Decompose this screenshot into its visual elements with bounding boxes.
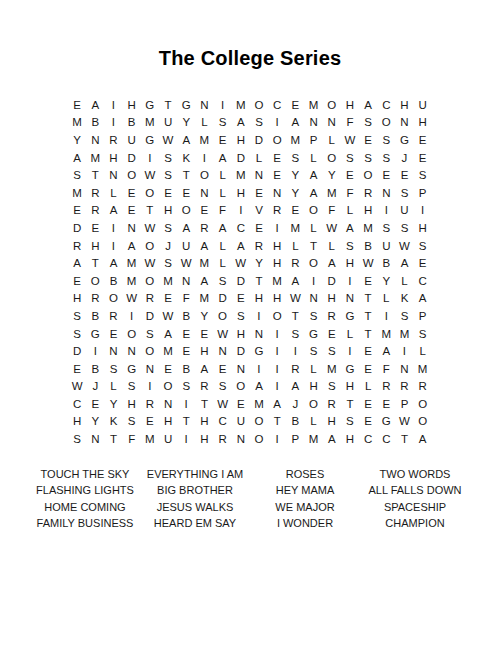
grid-cell[interactable]: E xyxy=(286,202,304,220)
grid-cell[interactable]: W xyxy=(341,131,359,149)
grid-cell[interactable]: A xyxy=(414,430,432,448)
grid-cell[interactable]: S xyxy=(159,166,177,184)
grid-cell[interactable]: M xyxy=(195,254,213,272)
grid-cell[interactable]: B xyxy=(286,413,304,431)
grid-cell[interactable]: T xyxy=(159,96,177,114)
grid-cell[interactable]: C xyxy=(268,96,286,114)
grid-cell[interactable]: R xyxy=(214,430,232,448)
grid-cell[interactable]: E xyxy=(159,290,177,308)
grid-cell[interactable]: U xyxy=(232,413,250,431)
grid-cell[interactable]: S xyxy=(286,325,304,343)
grid-cell[interactable]: H xyxy=(123,395,141,413)
grid-cell[interactable]: I xyxy=(177,430,195,448)
grid-cell[interactable]: N xyxy=(377,184,395,202)
grid-cell[interactable]: T xyxy=(177,413,195,431)
grid-cell[interactable]: I xyxy=(177,395,195,413)
grid-cell[interactable]: I xyxy=(141,149,159,167)
grid-cell[interactable]: G xyxy=(123,360,141,378)
grid-cell[interactable]: T xyxy=(395,430,413,448)
grid-cell[interactable]: M xyxy=(68,114,86,132)
grid-cell[interactable]: G xyxy=(141,96,159,114)
grid-cell[interactable]: Y xyxy=(286,166,304,184)
grid-cell[interactable]: E xyxy=(195,202,213,220)
grid-cell[interactable]: N xyxy=(195,96,213,114)
grid-cell[interactable]: N xyxy=(86,430,104,448)
grid-cell[interactable]: S xyxy=(395,184,413,202)
grid-cell[interactable]: H xyxy=(250,290,268,308)
grid-cell[interactable]: L xyxy=(214,254,232,272)
grid-cell[interactable]: M xyxy=(286,131,304,149)
grid-cell[interactable]: O xyxy=(214,307,232,325)
grid-cell[interactable]: P xyxy=(414,307,432,325)
grid-cell[interactable]: S xyxy=(341,413,359,431)
grid-cell[interactable]: S xyxy=(286,149,304,167)
grid-cell[interactable]: Y xyxy=(86,413,104,431)
grid-cell[interactable]: M xyxy=(414,360,432,378)
grid-cell[interactable]: S xyxy=(414,166,432,184)
grid-cell[interactable]: M xyxy=(123,254,141,272)
grid-cell[interactable]: E xyxy=(414,254,432,272)
grid-cell[interactable]: J xyxy=(286,395,304,413)
grid-cell[interactable]: I xyxy=(377,202,395,220)
grid-cell[interactable]: E xyxy=(395,166,413,184)
grid-cell[interactable]: I xyxy=(214,96,232,114)
grid-cell[interactable]: U xyxy=(159,114,177,132)
grid-cell[interactable]: H xyxy=(341,430,359,448)
grid-cell[interactable]: R xyxy=(104,131,122,149)
grid-cell[interactable]: R xyxy=(86,290,104,308)
grid-cell[interactable]: H xyxy=(304,378,322,396)
grid-cell[interactable]: I xyxy=(286,342,304,360)
grid-cell[interactable]: S xyxy=(159,219,177,237)
grid-cell[interactable]: M xyxy=(286,219,304,237)
grid-cell[interactable]: F xyxy=(323,202,341,220)
grid-cell[interactable]: R xyxy=(141,290,159,308)
grid-cell[interactable]: H xyxy=(268,290,286,308)
grid-cell[interactable]: W xyxy=(159,307,177,325)
grid-cell[interactable]: I xyxy=(104,237,122,255)
grid-cell[interactable]: H xyxy=(359,202,377,220)
grid-cell[interactable]: H xyxy=(68,290,86,308)
grid-cell[interactable]: R xyxy=(286,254,304,272)
grid-cell[interactable]: W xyxy=(395,237,413,255)
grid-cell[interactable]: O xyxy=(141,272,159,290)
grid-cell[interactable]: W xyxy=(214,325,232,343)
grid-cell[interactable]: O xyxy=(250,96,268,114)
grid-cell[interactable]: A xyxy=(414,290,432,308)
grid-cell[interactable]: N xyxy=(268,184,286,202)
grid-cell[interactable]: M xyxy=(159,272,177,290)
grid-cell[interactable]: N xyxy=(214,342,232,360)
grid-cell[interactable]: A xyxy=(123,237,141,255)
grid-cell[interactable]: L xyxy=(195,114,213,132)
grid-cell[interactable]: A xyxy=(359,96,377,114)
grid-cell[interactable]: R xyxy=(86,202,104,220)
grid-cell[interactable]: T xyxy=(250,272,268,290)
grid-cell[interactable]: S xyxy=(395,307,413,325)
grid-cell[interactable]: O xyxy=(414,395,432,413)
grid-cell[interactable]: C xyxy=(414,272,432,290)
grid-cell[interactable]: N xyxy=(395,114,413,132)
grid-cell[interactable]: H xyxy=(395,96,413,114)
grid-cell[interactable]: S xyxy=(177,378,195,396)
grid-cell[interactable]: H xyxy=(323,290,341,308)
grid-cell[interactable]: O xyxy=(304,395,322,413)
grid-cell[interactable]: N xyxy=(304,290,322,308)
grid-cell[interactable]: A xyxy=(286,378,304,396)
grid-cell[interactable]: G xyxy=(395,131,413,149)
grid-cell[interactable]: K xyxy=(104,413,122,431)
grid-cell[interactable]: I xyxy=(395,342,413,360)
grid-cell[interactable]: I xyxy=(250,360,268,378)
grid-cell[interactable]: O xyxy=(159,378,177,396)
grid-cell[interactable]: O xyxy=(177,202,195,220)
grid-cell[interactable]: H xyxy=(123,96,141,114)
grid-cell[interactable]: S xyxy=(68,430,86,448)
grid-cell[interactable]: E xyxy=(268,166,286,184)
grid-cell[interactable]: W xyxy=(286,290,304,308)
grid-cell[interactable]: C xyxy=(377,430,395,448)
grid-cell[interactable]: N xyxy=(141,360,159,378)
grid-cell[interactable]: S xyxy=(123,413,141,431)
grid-cell[interactable]: O xyxy=(377,114,395,132)
grid-cell[interactable]: A xyxy=(304,166,322,184)
grid-cell[interactable]: N xyxy=(395,360,413,378)
grid-cell[interactable]: A xyxy=(304,184,322,202)
grid-cell[interactable]: S xyxy=(323,378,341,396)
grid-cell[interactable]: E xyxy=(377,395,395,413)
grid-cell[interactable]: D xyxy=(232,272,250,290)
grid-cell[interactable]: N xyxy=(232,360,250,378)
grid-cell[interactable]: A xyxy=(286,114,304,132)
grid-cell[interactable]: M xyxy=(123,272,141,290)
grid-cell[interactable]: Y xyxy=(104,395,122,413)
grid-cell[interactable]: A xyxy=(104,254,122,272)
grid-cell[interactable]: U xyxy=(414,96,432,114)
grid-cell[interactable]: I xyxy=(268,325,286,343)
grid-cell[interactable]: R xyxy=(286,360,304,378)
grid-cell[interactable]: O xyxy=(359,166,377,184)
grid-cell[interactable]: N xyxy=(104,166,122,184)
grid-cell[interactable]: T xyxy=(86,166,104,184)
grid-cell[interactable]: I xyxy=(268,430,286,448)
grid-cell[interactable]: I xyxy=(268,378,286,396)
grid-cell[interactable]: H xyxy=(414,114,432,132)
grid-cell[interactable]: H xyxy=(268,237,286,255)
grid-cell[interactable]: I xyxy=(104,114,122,132)
grid-cell[interactable]: C xyxy=(214,413,232,431)
grid-cell[interactable]: E xyxy=(68,360,86,378)
grid-cell[interactable]: I xyxy=(86,342,104,360)
grid-cell[interactable]: T xyxy=(304,237,322,255)
grid-cell[interactable]: O xyxy=(141,237,159,255)
grid-cell[interactable]: W xyxy=(177,254,195,272)
grid-cell[interactable]: S xyxy=(214,272,232,290)
grid-cell[interactable]: G xyxy=(377,413,395,431)
grid-cell[interactable]: I xyxy=(341,342,359,360)
grid-cell[interactable]: Y xyxy=(377,272,395,290)
grid-cell[interactable]: I xyxy=(232,202,250,220)
grid-cell[interactable]: M xyxy=(141,114,159,132)
grid-cell[interactable]: T xyxy=(359,307,377,325)
grid-cell[interactable]: L xyxy=(323,131,341,149)
grid-cell[interactable]: A xyxy=(323,430,341,448)
grid-cell[interactable]: I xyxy=(104,219,122,237)
grid-cell[interactable]: O xyxy=(195,166,213,184)
grid-cell[interactable]: A xyxy=(232,237,250,255)
grid-cell[interactable]: O xyxy=(104,290,122,308)
grid-cell[interactable]: W xyxy=(141,219,159,237)
grid-cell[interactable]: C xyxy=(377,96,395,114)
grid-cell[interactable]: P xyxy=(414,184,432,202)
grid-cell[interactable]: R xyxy=(195,219,213,237)
grid-cell[interactable]: U xyxy=(123,131,141,149)
grid-cell[interactable]: H xyxy=(159,413,177,431)
grid-cell[interactable]: R xyxy=(414,378,432,396)
grid-cell[interactable]: Y xyxy=(286,184,304,202)
grid-cell[interactable]: Y xyxy=(195,307,213,325)
grid-cell[interactable]: W xyxy=(232,254,250,272)
grid-cell[interactable]: S xyxy=(377,149,395,167)
grid-cell[interactable]: R xyxy=(377,378,395,396)
grid-cell[interactable]: E xyxy=(414,131,432,149)
grid-cell[interactable]: M xyxy=(323,360,341,378)
grid-cell[interactable]: S xyxy=(304,307,322,325)
grid-cell[interactable]: F xyxy=(123,430,141,448)
grid-cell[interactable]: T xyxy=(341,395,359,413)
grid-cell[interactable]: F xyxy=(214,202,232,220)
grid-cell[interactable]: A xyxy=(377,342,395,360)
grid-cell[interactable]: N xyxy=(159,395,177,413)
grid-cell[interactable]: R xyxy=(395,378,413,396)
grid-cell[interactable]: N xyxy=(341,290,359,308)
grid-cell[interactable]: S xyxy=(323,342,341,360)
grid-cell[interactable]: T xyxy=(141,202,159,220)
grid-cell[interactable]: A xyxy=(195,237,213,255)
grid-cell[interactable]: N xyxy=(250,325,268,343)
grid-cell[interactable]: M xyxy=(250,395,268,413)
grid-cell[interactable]: E xyxy=(214,360,232,378)
grid-cell[interactable]: O xyxy=(323,96,341,114)
grid-cell[interactable]: E xyxy=(377,166,395,184)
grid-cell[interactable]: A xyxy=(395,254,413,272)
grid-cell[interactable]: E xyxy=(159,184,177,202)
grid-cell[interactable]: S xyxy=(68,325,86,343)
grid-cell[interactable]: O xyxy=(250,430,268,448)
grid-cell[interactable]: W xyxy=(141,166,159,184)
grid-cell[interactable]: O xyxy=(268,131,286,149)
grid-cell[interactable]: L xyxy=(341,202,359,220)
grid-cell[interactable]: A xyxy=(214,149,232,167)
grid-cell[interactable]: E xyxy=(68,96,86,114)
grid-cell[interactable]: G xyxy=(141,131,159,149)
grid-cell[interactable]: T xyxy=(268,413,286,431)
grid-cell[interactable]: T xyxy=(86,254,104,272)
grid-cell[interactable]: M xyxy=(159,342,177,360)
grid-cell[interactable]: N xyxy=(86,131,104,149)
grid-cell[interactable]: O xyxy=(123,166,141,184)
grid-cell[interactable]: D xyxy=(250,131,268,149)
grid-cell[interactable]: E xyxy=(250,219,268,237)
grid-cell[interactable]: O xyxy=(86,272,104,290)
grid-cell[interactable]: A xyxy=(159,325,177,343)
grid-cell[interactable]: E xyxy=(359,395,377,413)
grid-cell[interactable]: O xyxy=(250,413,268,431)
grid-cell[interactable]: I xyxy=(304,272,322,290)
grid-cell[interactable]: N xyxy=(250,166,268,184)
grid-cell[interactable]: E xyxy=(286,96,304,114)
grid-cell[interactable]: E xyxy=(232,395,250,413)
grid-cell[interactable]: E xyxy=(195,325,213,343)
grid-cell[interactable]: I xyxy=(268,360,286,378)
grid-cell[interactable]: E xyxy=(177,342,195,360)
grid-cell[interactable]: B xyxy=(86,114,104,132)
grid-cell[interactable]: S xyxy=(359,149,377,167)
grid-cell[interactable]: M xyxy=(232,166,250,184)
grid-cell[interactable]: I xyxy=(141,378,159,396)
grid-cell[interactable]: H xyxy=(195,413,213,431)
grid-cell[interactable]: F xyxy=(177,290,195,308)
grid-cell[interactable]: A xyxy=(104,202,122,220)
grid-cell[interactable]: K xyxy=(177,149,195,167)
grid-cell[interactable]: H xyxy=(159,202,177,220)
grid-cell[interactable]: B xyxy=(86,360,104,378)
grid-cell[interactable]: A xyxy=(195,360,213,378)
grid-cell[interactable]: M xyxy=(141,430,159,448)
grid-cell[interactable]: W xyxy=(141,254,159,272)
grid-cell[interactable]: E xyxy=(250,184,268,202)
grid-cell[interactable]: H xyxy=(341,96,359,114)
grid-cell[interactable]: A xyxy=(214,219,232,237)
grid-cell[interactable]: E xyxy=(68,202,86,220)
grid-cell[interactable]: F xyxy=(341,114,359,132)
grid-cell[interactable]: M xyxy=(195,290,213,308)
grid-cell[interactable]: W xyxy=(323,219,341,237)
grid-cell[interactable]: E xyxy=(177,184,195,202)
grid-cell[interactable]: L xyxy=(359,378,377,396)
grid-cell[interactable]: T xyxy=(177,166,195,184)
grid-cell[interactable]: E xyxy=(359,342,377,360)
grid-cell[interactable]: L xyxy=(214,184,232,202)
grid-cell[interactable]: W xyxy=(395,413,413,431)
grid-cell[interactable]: K xyxy=(395,290,413,308)
grid-cell[interactable]: I xyxy=(104,96,122,114)
grid-cell[interactable]: E xyxy=(123,202,141,220)
grid-cell[interactable]: L xyxy=(104,378,122,396)
grid-cell[interactable]: I xyxy=(123,307,141,325)
grid-cell[interactable]: S xyxy=(377,131,395,149)
grid-cell[interactable]: E xyxy=(323,325,341,343)
grid-cell[interactable]: M xyxy=(304,430,322,448)
grid-cell[interactable]: U xyxy=(395,202,413,220)
grid-cell[interactable]: B xyxy=(104,272,122,290)
grid-cell[interactable]: F xyxy=(341,184,359,202)
grid-cell[interactable]: Y xyxy=(323,166,341,184)
grid-cell[interactable]: L xyxy=(286,237,304,255)
grid-cell[interactable]: T xyxy=(104,430,122,448)
grid-cell[interactable]: M xyxy=(377,325,395,343)
grid-cell[interactable]: R xyxy=(323,307,341,325)
grid-cell[interactable]: S xyxy=(414,325,432,343)
grid-cell[interactable]: E xyxy=(159,360,177,378)
grid-cell[interactable]: B xyxy=(359,237,377,255)
grid-cell[interactable]: B xyxy=(377,254,395,272)
grid-cell[interactable]: P xyxy=(304,131,322,149)
grid-cell[interactable]: A xyxy=(177,219,195,237)
grid-cell[interactable]: S xyxy=(159,149,177,167)
grid-cell[interactable]: H xyxy=(232,184,250,202)
grid-cell[interactable]: A xyxy=(250,378,268,396)
grid-cell[interactable]: N xyxy=(195,184,213,202)
grid-cell[interactable]: R xyxy=(359,184,377,202)
grid-cell[interactable]: Y xyxy=(250,254,268,272)
grid-cell[interactable]: W xyxy=(159,131,177,149)
grid-cell[interactable]: D xyxy=(232,149,250,167)
grid-cell[interactable]: L xyxy=(214,166,232,184)
grid-cell[interactable]: O xyxy=(323,149,341,167)
grid-cell[interactable]: J xyxy=(159,237,177,255)
grid-cell[interactable]: T xyxy=(286,307,304,325)
grid-cell[interactable]: H xyxy=(323,413,341,431)
grid-cell[interactable]: O xyxy=(268,307,286,325)
grid-cell[interactable]: T xyxy=(359,325,377,343)
grid-cell[interactable]: E xyxy=(232,290,250,308)
grid-cell[interactable]: B xyxy=(177,360,195,378)
grid-cell[interactable]: O xyxy=(141,342,159,360)
grid-cell[interactable]: I xyxy=(195,149,213,167)
grid-cell[interactable]: M xyxy=(68,184,86,202)
grid-cell[interactable]: L xyxy=(104,184,122,202)
grid-cell[interactable]: C xyxy=(232,219,250,237)
grid-cell[interactable]: A xyxy=(232,114,250,132)
grid-cell[interactable]: U xyxy=(177,237,195,255)
grid-cell[interactable]: E xyxy=(359,131,377,149)
grid-cell[interactable]: B xyxy=(177,307,195,325)
grid-cell[interactable]: S xyxy=(214,114,232,132)
grid-cell[interactable]: P xyxy=(286,430,304,448)
grid-cell[interactable]: H xyxy=(232,131,250,149)
grid-cell[interactable]: S xyxy=(341,149,359,167)
grid-cell[interactable]: W xyxy=(68,378,86,396)
grid-cell[interactable]: M xyxy=(304,96,322,114)
grid-cell[interactable]: D xyxy=(214,290,232,308)
grid-cell[interactable]: H xyxy=(232,325,250,343)
grid-cell[interactable]: S xyxy=(395,219,413,237)
grid-cell[interactable]: S xyxy=(250,114,268,132)
grid-cell[interactable]: D xyxy=(323,272,341,290)
grid-cell[interactable]: R xyxy=(323,395,341,413)
grid-cell[interactable]: N xyxy=(232,430,250,448)
grid-cell[interactable]: N xyxy=(323,114,341,132)
grid-cell[interactable]: V xyxy=(250,202,268,220)
grid-cell[interactable]: R xyxy=(141,395,159,413)
grid-cell[interactable]: E xyxy=(123,184,141,202)
grid-cell[interactable]: T xyxy=(359,290,377,308)
grid-cell[interactable]: N xyxy=(304,114,322,132)
grid-cell[interactable]: R xyxy=(86,184,104,202)
grid-cell[interactable]: E xyxy=(86,219,104,237)
grid-cell[interactable]: J xyxy=(395,149,413,167)
grid-cell[interactable]: M xyxy=(268,272,286,290)
grid-cell[interactable]: O xyxy=(232,378,250,396)
grid-cell[interactable]: S xyxy=(141,325,159,343)
grid-cell[interactable]: R xyxy=(195,378,213,396)
grid-cell[interactable]: S xyxy=(232,307,250,325)
grid-cell[interactable]: H xyxy=(341,378,359,396)
grid-cell[interactable]: R xyxy=(68,237,86,255)
grid-cell[interactable]: S xyxy=(68,166,86,184)
grid-cell[interactable]: R xyxy=(250,237,268,255)
